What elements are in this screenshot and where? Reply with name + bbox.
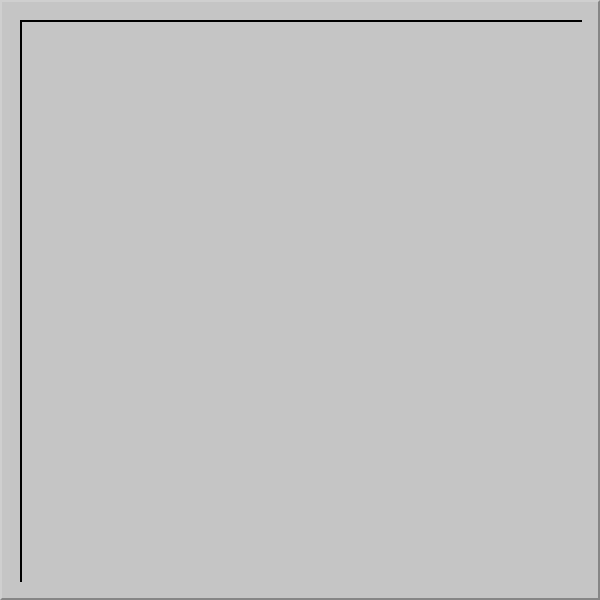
chess-diagram	[0, 0, 600, 600]
board	[20, 20, 582, 582]
